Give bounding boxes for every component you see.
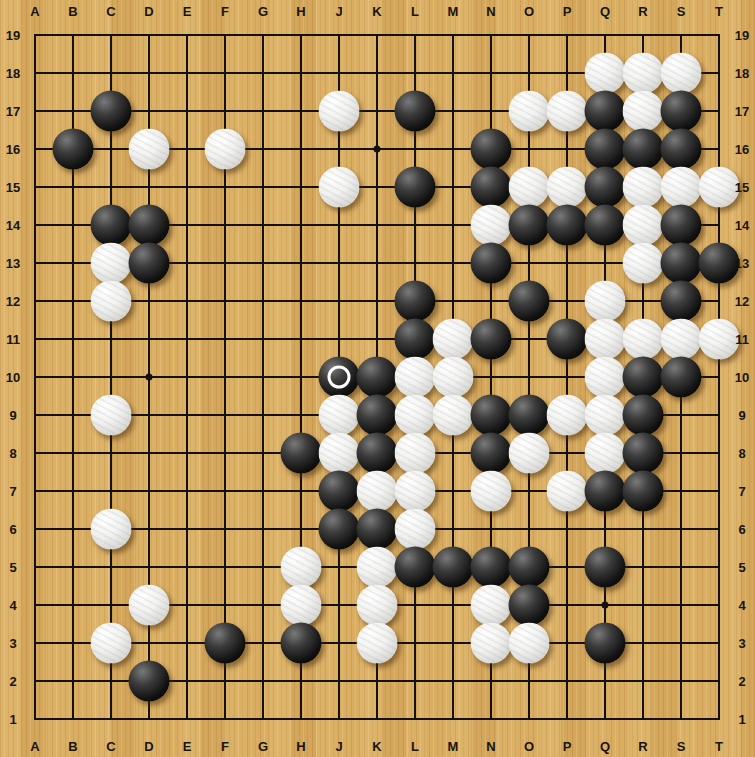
white-stone-M10[interactable]: [433, 357, 474, 398]
white-stone-L8[interactable]: [395, 433, 436, 474]
grid-line-vertical: [186, 34, 188, 720]
coord-top-S: S: [677, 4, 686, 19]
white-stone-M11[interactable]: [433, 319, 474, 360]
coord-top-C: C: [106, 4, 115, 19]
coord-left-18: 18: [6, 66, 20, 81]
coord-left-4: 4: [9, 598, 16, 613]
coord-top-O: O: [524, 4, 534, 19]
black-stone-N9[interactable]: [471, 395, 512, 436]
white-stone-H4[interactable]: [281, 585, 322, 626]
coord-top-E: E: [183, 4, 192, 19]
white-stone-H5[interactable]: [281, 547, 322, 588]
white-stone-S11[interactable]: [661, 319, 702, 360]
white-stone-R15[interactable]: [623, 167, 664, 208]
black-stone-F3[interactable]: [205, 623, 246, 664]
coord-bottom-P: P: [563, 739, 572, 754]
black-stone-L5[interactable]: [395, 547, 436, 588]
coord-right-18: 18: [735, 66, 749, 81]
coord-right-3: 3: [738, 636, 745, 651]
white-stone-Q18[interactable]: [585, 53, 626, 94]
black-stone-Q5[interactable]: [585, 547, 626, 588]
coord-bottom-J: J: [335, 739, 342, 754]
coord-right-11: 11: [735, 332, 749, 347]
white-stone-J8[interactable]: [319, 433, 360, 474]
coord-top-N: N: [486, 4, 495, 19]
coord-bottom-A: A: [30, 739, 39, 754]
black-stone-C14[interactable]: [91, 205, 132, 246]
white-stone-C12[interactable]: [91, 281, 132, 322]
coord-left-9: 9: [9, 408, 16, 423]
coord-left-6: 6: [9, 522, 16, 537]
coord-bottom-Q: Q: [600, 739, 610, 754]
coord-top-B: B: [68, 4, 77, 19]
black-stone-O12[interactable]: [509, 281, 550, 322]
white-stone-P17[interactable]: [547, 91, 588, 132]
coord-left-12: 12: [6, 294, 20, 309]
white-stone-S15[interactable]: [661, 167, 702, 208]
coord-bottom-K: K: [372, 739, 381, 754]
grid-line-vertical: [566, 34, 568, 720]
coord-right-15: 15: [735, 180, 749, 195]
white-stone-L7[interactable]: [395, 471, 436, 512]
black-stone-Q14[interactable]: [585, 205, 626, 246]
white-stone-D16[interactable]: [129, 129, 170, 170]
black-stone-Q16[interactable]: [585, 129, 626, 170]
white-stone-O3[interactable]: [509, 623, 550, 664]
black-stone-N16[interactable]: [471, 129, 512, 170]
coord-right-19: 19: [735, 28, 749, 43]
coord-bottom-C: C: [106, 739, 115, 754]
coord-right-12: 12: [735, 294, 749, 309]
white-stone-C13[interactable]: [91, 243, 132, 284]
black-stone-S12[interactable]: [661, 281, 702, 322]
white-stone-O17[interactable]: [509, 91, 550, 132]
coord-top-K: K: [372, 4, 381, 19]
white-stone-M9[interactable]: [433, 395, 474, 436]
coord-right-5: 5: [738, 560, 745, 575]
white-stone-R11[interactable]: [623, 319, 664, 360]
coord-right-1: 1: [738, 712, 745, 727]
white-stone-J17[interactable]: [319, 91, 360, 132]
black-stone-K10[interactable]: [357, 357, 398, 398]
white-stone-K7[interactable]: [357, 471, 398, 512]
coord-top-A: A: [30, 4, 39, 19]
coord-top-R: R: [638, 4, 647, 19]
black-stone-S16[interactable]: [661, 129, 702, 170]
coord-left-10: 10: [6, 370, 20, 385]
black-stone-O5[interactable]: [509, 547, 550, 588]
white-stone-N4[interactable]: [471, 585, 512, 626]
black-stone-M5[interactable]: [433, 547, 474, 588]
white-stone-J9[interactable]: [319, 395, 360, 436]
black-stone-Q3[interactable]: [585, 623, 626, 664]
coord-top-H: H: [296, 4, 305, 19]
white-stone-D4[interactable]: [129, 585, 170, 626]
coord-left-5: 5: [9, 560, 16, 575]
black-stone-D13[interactable]: [129, 243, 170, 284]
black-stone-J7[interactable]: [319, 471, 360, 512]
white-stone-N7[interactable]: [471, 471, 512, 512]
go-board[interactable]: AABBCCDDEEFFGGHHJJKKLLMMNNOOPPQQRRSSTT19…: [0, 0, 755, 757]
black-stone-R9[interactable]: [623, 395, 664, 436]
coord-right-14: 14: [735, 218, 749, 233]
coord-right-8: 8: [738, 446, 745, 461]
black-stone-K6[interactable]: [357, 509, 398, 550]
coord-right-16: 16: [735, 142, 749, 157]
white-stone-K3[interactable]: [357, 623, 398, 664]
black-stone-N5[interactable]: [471, 547, 512, 588]
black-stone-L12[interactable]: [395, 281, 436, 322]
coord-left-7: 7: [9, 484, 16, 499]
coord-right-10: 10: [735, 370, 749, 385]
white-stone-K4[interactable]: [357, 585, 398, 626]
white-stone-R17[interactable]: [623, 91, 664, 132]
coord-left-3: 3: [9, 636, 16, 651]
white-stone-C9[interactable]: [91, 395, 132, 436]
black-stone-S14[interactable]: [661, 205, 702, 246]
white-stone-R18[interactable]: [623, 53, 664, 94]
black-stone-S10[interactable]: [661, 357, 702, 398]
coord-right-13: 13: [735, 256, 749, 271]
coord-right-6: 6: [738, 522, 745, 537]
coord-bottom-T: T: [715, 739, 723, 754]
coord-left-15: 15: [6, 180, 20, 195]
black-stone-S13[interactable]: [661, 243, 702, 284]
coord-right-4: 4: [738, 598, 745, 613]
coord-bottom-O: O: [524, 739, 534, 754]
coord-top-F: F: [221, 4, 229, 19]
white-stone-R13[interactable]: [623, 243, 664, 284]
coord-left-2: 2: [9, 674, 16, 689]
black-stone-C17[interactable]: [91, 91, 132, 132]
grid-line-vertical: [110, 34, 112, 720]
coord-top-D: D: [144, 4, 153, 19]
coord-left-16: 16: [6, 142, 20, 157]
black-stone-L15[interactable]: [395, 167, 436, 208]
white-stone-P7[interactable]: [547, 471, 588, 512]
white-stone-P15[interactable]: [547, 167, 588, 208]
black-stone-R7[interactable]: [623, 471, 664, 512]
black-stone-Q15[interactable]: [585, 167, 626, 208]
coord-bottom-S: S: [677, 739, 686, 754]
coord-top-J: J: [335, 4, 342, 19]
black-stone-T13[interactable]: [699, 243, 740, 284]
coord-left-8: 8: [9, 446, 16, 461]
white-stone-Q8[interactable]: [585, 433, 626, 474]
white-stone-K5[interactable]: [357, 547, 398, 588]
coord-bottom-G: G: [258, 739, 268, 754]
white-stone-L6[interactable]: [395, 509, 436, 550]
last-move-marker: [328, 366, 351, 389]
black-stone-D14[interactable]: [129, 205, 170, 246]
black-stone-Q7[interactable]: [585, 471, 626, 512]
coord-top-L: L: [411, 4, 419, 19]
black-stone-R10[interactable]: [623, 357, 664, 398]
white-stone-C6[interactable]: [91, 509, 132, 550]
black-stone-H3[interactable]: [281, 623, 322, 664]
black-stone-O4[interactable]: [509, 585, 550, 626]
white-stone-T15[interactable]: [699, 167, 740, 208]
black-stone-H8[interactable]: [281, 433, 322, 474]
black-stone-N13[interactable]: [471, 243, 512, 284]
coord-top-P: P: [563, 4, 572, 19]
black-stone-J6[interactable]: [319, 509, 360, 550]
star-point: [146, 374, 153, 381]
black-stone-P14[interactable]: [547, 205, 588, 246]
black-stone-B16[interactable]: [53, 129, 94, 170]
coord-top-G: G: [258, 4, 268, 19]
grid-line-vertical: [34, 34, 36, 720]
coord-top-Q: Q: [600, 4, 610, 19]
white-stone-Q11[interactable]: [585, 319, 626, 360]
white-stone-Q10[interactable]: [585, 357, 626, 398]
white-stone-L10[interactable]: [395, 357, 436, 398]
coord-left-14: 14: [6, 218, 20, 233]
white-stone-N14[interactable]: [471, 205, 512, 246]
white-stone-R14[interactable]: [623, 205, 664, 246]
coord-right-2: 2: [738, 674, 745, 689]
black-stone-R16[interactable]: [623, 129, 664, 170]
coord-bottom-L: L: [411, 739, 419, 754]
coord-bottom-E: E: [183, 739, 192, 754]
coord-left-13: 13: [6, 256, 20, 271]
coord-bottom-N: N: [486, 739, 495, 754]
white-stone-O8[interactable]: [509, 433, 550, 474]
white-stone-O15[interactable]: [509, 167, 550, 208]
black-stone-L17[interactable]: [395, 91, 436, 132]
black-stone-L11[interactable]: [395, 319, 436, 360]
black-stone-O14[interactable]: [509, 205, 550, 246]
black-stone-N11[interactable]: [471, 319, 512, 360]
black-stone-K8[interactable]: [357, 433, 398, 474]
black-stone-P11[interactable]: [547, 319, 588, 360]
black-stone-K9[interactable]: [357, 395, 398, 436]
black-stone-D2[interactable]: [129, 661, 170, 702]
white-stone-C3[interactable]: [91, 623, 132, 664]
black-stone-Q17[interactable]: [585, 91, 626, 132]
coord-bottom-M: M: [448, 739, 459, 754]
coord-bottom-D: D: [144, 739, 153, 754]
white-stone-Q12[interactable]: [585, 281, 626, 322]
black-stone-S17[interactable]: [661, 91, 702, 132]
white-stone-T11[interactable]: [699, 319, 740, 360]
coord-bottom-F: F: [221, 739, 229, 754]
coord-top-M: M: [448, 4, 459, 19]
black-stone-O9[interactable]: [509, 395, 550, 436]
black-stone-N8[interactable]: [471, 433, 512, 474]
coord-top-T: T: [715, 4, 723, 19]
coord-right-17: 17: [735, 104, 749, 119]
white-stone-N3[interactable]: [471, 623, 512, 664]
white-stone-J15[interactable]: [319, 167, 360, 208]
coord-right-9: 9: [738, 408, 745, 423]
coord-left-17: 17: [6, 104, 20, 119]
white-stone-L9[interactable]: [395, 395, 436, 436]
black-stone-R8[interactable]: [623, 433, 664, 474]
coord-left-19: 19: [6, 28, 20, 43]
coord-bottom-B: B: [68, 739, 77, 754]
coord-bottom-H: H: [296, 739, 305, 754]
coord-bottom-R: R: [638, 739, 647, 754]
grid-line-vertical: [718, 34, 720, 720]
coord-right-7: 7: [738, 484, 745, 499]
coord-left-11: 11: [6, 332, 20, 347]
grid-line-vertical: [262, 34, 264, 720]
white-stone-P9[interactable]: [547, 395, 588, 436]
black-stone-N15[interactable]: [471, 167, 512, 208]
star-point: [374, 146, 381, 153]
star-point: [602, 602, 609, 609]
white-stone-Q9[interactable]: [585, 395, 626, 436]
coord-left-1: 1: [9, 712, 16, 727]
white-stone-S18[interactable]: [661, 53, 702, 94]
white-stone-F16[interactable]: [205, 129, 246, 170]
